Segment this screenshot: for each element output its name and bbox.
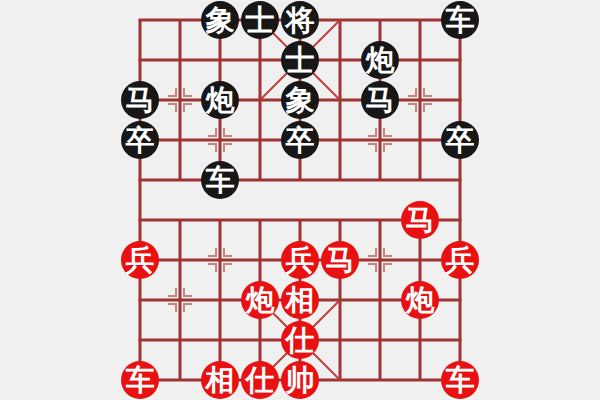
piece-red-pawn[interactable]: 兵	[441, 241, 479, 279]
piece-glyph: 车	[126, 366, 155, 395]
piece-glyph: 士	[286, 46, 315, 75]
piece-red-cannon[interactable]: 炮	[241, 281, 279, 319]
piece-red-horse[interactable]: 马	[401, 201, 439, 239]
piece-black-pawn[interactable]: 卒	[441, 121, 479, 159]
piece-red-horse[interactable]: 马	[321, 241, 359, 279]
xiangqi-board: 象士将车士炮马炮象马卒卒卒车马兵兵马兵炮相炮仕车相仕帅车	[0, 0, 600, 400]
piece-glyph: 帅	[286, 366, 315, 395]
piece-glyph: 炮	[406, 286, 435, 315]
piece-red-advisor[interactable]: 仕	[241, 361, 279, 399]
piece-red-chariot[interactable]: 车	[121, 361, 159, 399]
piece-glyph: 相	[206, 366, 235, 395]
piece-red-cannon[interactable]: 炮	[401, 281, 439, 319]
piece-glyph: 炮	[246, 286, 275, 315]
piece-red-advisor[interactable]: 仕	[281, 321, 319, 359]
piece-red-pawn[interactable]: 兵	[121, 241, 159, 279]
piece-red-general[interactable]: 帅	[281, 361, 319, 399]
piece-black-cannon[interactable]: 炮	[361, 41, 399, 79]
piece-black-advisor[interactable]: 士	[281, 41, 319, 79]
piece-black-horse[interactable]: 马	[361, 81, 399, 119]
piece-black-elephant[interactable]: 象	[201, 1, 239, 39]
piece-glyph: 士	[246, 6, 275, 35]
piece-black-elephant[interactable]: 象	[281, 81, 319, 119]
piece-glyph: 象	[286, 86, 315, 115]
piece-glyph: 炮	[206, 86, 235, 115]
piece-black-pawn[interactable]: 卒	[121, 121, 159, 159]
piece-black-general[interactable]: 将	[281, 1, 319, 39]
piece-glyph: 兵	[286, 246, 315, 275]
piece-red-chariot[interactable]: 车	[441, 361, 479, 399]
piece-black-chariot[interactable]: 车	[441, 1, 479, 39]
piece-glyph: 仕	[246, 366, 275, 395]
piece-glyph: 车	[446, 366, 475, 395]
piece-glyph: 卒	[286, 126, 315, 155]
piece-glyph: 车	[206, 166, 235, 195]
piece-glyph: 兵	[126, 246, 155, 275]
piece-glyph: 卒	[126, 126, 155, 155]
piece-glyph: 象	[206, 6, 235, 35]
piece-black-cannon[interactable]: 炮	[201, 81, 239, 119]
piece-glyph: 马	[126, 86, 155, 115]
piece-black-chariot[interactable]: 车	[201, 161, 239, 199]
piece-glyph: 马	[406, 206, 435, 235]
piece-red-elephant[interactable]: 相	[201, 361, 239, 399]
piece-black-horse[interactable]: 马	[121, 81, 159, 119]
piece-glyph: 卒	[446, 126, 475, 155]
pieces-layer: 象士将车士炮马炮象马卒卒卒车马兵兵马兵炮相炮仕车相仕帅车	[120, 0, 480, 400]
piece-black-pawn[interactable]: 卒	[281, 121, 319, 159]
piece-glyph: 将	[286, 6, 315, 35]
piece-red-elephant[interactable]: 相	[281, 281, 319, 319]
piece-red-pawn[interactable]: 兵	[281, 241, 319, 279]
piece-glyph: 炮	[366, 46, 395, 75]
piece-glyph: 马	[326, 246, 355, 275]
piece-glyph: 相	[286, 286, 315, 315]
piece-glyph: 车	[446, 6, 475, 35]
piece-black-advisor[interactable]: 士	[241, 1, 279, 39]
piece-glyph: 马	[366, 86, 395, 115]
piece-glyph: 仕	[286, 326, 315, 355]
piece-glyph: 兵	[446, 246, 475, 275]
